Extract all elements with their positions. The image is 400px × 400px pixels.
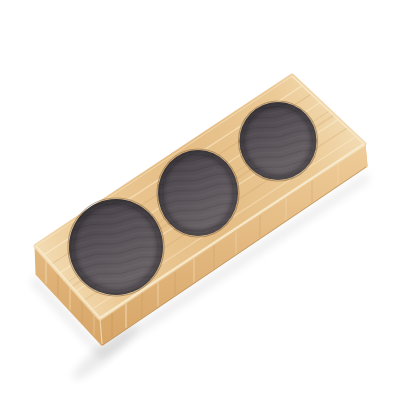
bamboo-coaster-tray-scene: [0, 0, 400, 400]
slate-coaster-bottom: [68, 198, 164, 296]
slate-coaster-top: [239, 101, 318, 181]
product-photo: [0, 0, 400, 400]
slate-coaster-middle: [157, 149, 239, 237]
